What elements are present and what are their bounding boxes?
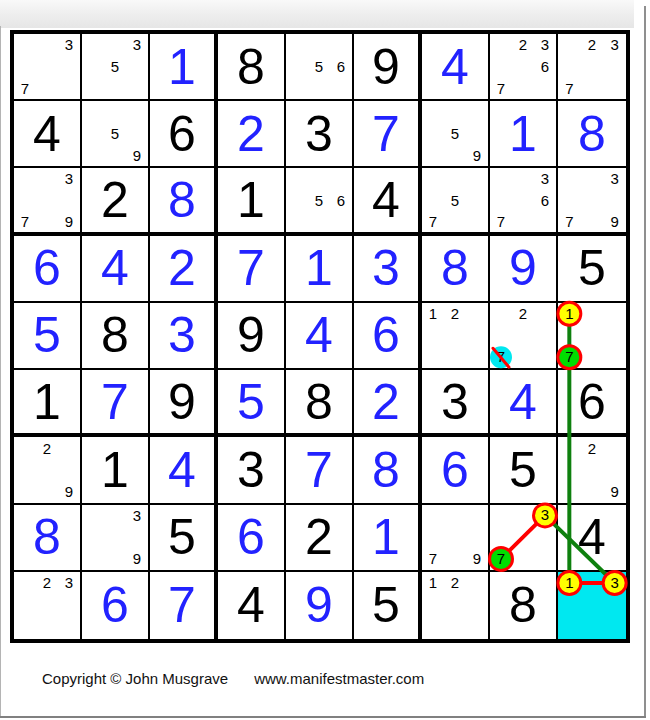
cell-r4c4[interactable]: 7 bbox=[218, 236, 286, 303]
cell-value: 5 bbox=[150, 505, 214, 570]
candidate-grid: 12 bbox=[422, 572, 488, 639]
cell-r2c6[interactable]: 7 bbox=[354, 101, 422, 168]
website-text: www.manifestmaster.com bbox=[254, 670, 424, 687]
candidate-grid: 237 bbox=[558, 34, 626, 99]
cell-r6c8[interactable]: 4 bbox=[490, 370, 558, 437]
cell-value: 4 bbox=[490, 370, 556, 433]
cell-r1c8[interactable]: 2367 bbox=[490, 34, 558, 101]
cell-value: 7 bbox=[286, 437, 352, 502]
cell-value: 8 bbox=[14, 505, 80, 570]
cell-value: 3 bbox=[286, 101, 352, 166]
candidate-3[interactable]: 3 bbox=[58, 168, 80, 189]
cell-value: 8 bbox=[218, 34, 284, 99]
cell-value: 3 bbox=[422, 370, 488, 433]
cell-value: 4 bbox=[14, 101, 80, 166]
candidate-grid: 2367 bbox=[490, 34, 556, 99]
candidate-2[interactable]: 2 bbox=[36, 572, 58, 594]
cell-r2c4[interactable]: 2 bbox=[218, 101, 286, 168]
cell-value: 4 bbox=[558, 505, 626, 570]
candidate-3[interactable]: 3 bbox=[58, 34, 80, 56]
cell-value: 4 bbox=[150, 437, 214, 502]
candidate-7[interactable]: 7 bbox=[558, 77, 581, 99]
sudoku-grid: 3735185694236723745962375918379281564573… bbox=[10, 30, 630, 643]
cell-value: 6 bbox=[354, 303, 418, 368]
cell-value: 2 bbox=[354, 370, 418, 433]
candidate-grid: 379 bbox=[558, 168, 626, 231]
cell-r4c1[interactable]: 6 bbox=[14, 236, 82, 303]
candidate-3[interactable]: 3 bbox=[603, 34, 626, 56]
cell-r3c5[interactable]: 56 bbox=[286, 168, 354, 235]
cell-r6c6[interactable]: 2 bbox=[354, 370, 422, 437]
candidate-grid: 379 bbox=[14, 168, 80, 231]
cell-r5c5[interactable]: 4 bbox=[286, 303, 354, 370]
cell-r1c3[interactable]: 1 bbox=[150, 34, 218, 101]
candidate-2[interactable]: 2 bbox=[512, 303, 534, 325]
candidate-grid: 23 bbox=[14, 572, 80, 639]
cell-value: 7 bbox=[150, 572, 214, 639]
candidate-2[interactable]: 2 bbox=[512, 34, 534, 56]
candidate-2[interactable]: 2 bbox=[36, 437, 58, 459]
candidate-3[interactable]: 3 bbox=[58, 572, 80, 594]
cell-value: 5 bbox=[558, 236, 626, 301]
cell-r5c6[interactable]: 6 bbox=[354, 303, 422, 370]
cell-value: 8 bbox=[286, 370, 352, 433]
candidate-9[interactable]: 9 bbox=[126, 145, 148, 167]
cell-r7c4[interactable]: 3 bbox=[218, 437, 286, 504]
window-bottom-border bbox=[0, 716, 646, 718]
cell-r4c8[interactable]: 9 bbox=[490, 236, 558, 303]
window-right-border bbox=[644, 6, 646, 718]
cell-r7c9[interactable]: 29 bbox=[558, 437, 626, 504]
cell-value: 3 bbox=[354, 236, 418, 301]
candidate-7[interactable]: 7 bbox=[490, 77, 512, 99]
cell-r3c9[interactable]: 379 bbox=[558, 168, 626, 235]
cell-r1c2[interactable]: 35 bbox=[82, 34, 150, 101]
cell-r9c7[interactable]: 12 bbox=[422, 572, 490, 639]
candidate-9[interactable]: 9 bbox=[58, 211, 80, 232]
cell-r4c5[interactable]: 1 bbox=[286, 236, 354, 303]
candidate-grid: 37 bbox=[490, 505, 556, 570]
cell-r2c2[interactable]: 59 bbox=[82, 101, 150, 168]
cell-r4c2[interactable]: 4 bbox=[82, 236, 150, 303]
cell-value: 7 bbox=[354, 101, 418, 166]
candidate-2[interactable]: 2 bbox=[444, 572, 466, 594]
cell-r1c9[interactable]: 237 bbox=[558, 34, 626, 101]
cell-value: 8 bbox=[82, 303, 148, 368]
cell-value: 5 bbox=[354, 572, 418, 639]
candidate-grid: 29 bbox=[14, 437, 80, 502]
cell-r6c2[interactable]: 7 bbox=[82, 370, 150, 437]
candidate-7[interactable]: 7 bbox=[14, 77, 36, 99]
cell-value: 2 bbox=[82, 168, 148, 231]
cell-value: 3 bbox=[218, 437, 284, 502]
cell-value: 2 bbox=[286, 505, 352, 570]
candidate-3[interactable]: 3 bbox=[534, 168, 556, 189]
cell-r2c7[interactable]: 59 bbox=[422, 101, 490, 168]
candidate-grid: 367 bbox=[490, 168, 556, 231]
candidate-5[interactable]: 5 bbox=[444, 123, 466, 145]
cell-r1c6[interactable]: 9 bbox=[354, 34, 422, 101]
cell-r9c8[interactable]: 8 bbox=[490, 572, 558, 639]
cell-value: 6 bbox=[150, 101, 214, 166]
cell-r6c5[interactable]: 8 bbox=[286, 370, 354, 437]
cell-value: 1 bbox=[354, 505, 418, 570]
candidate-grid: 59 bbox=[82, 101, 148, 166]
cell-r3c2[interactable]: 2 bbox=[82, 168, 150, 235]
cell-value: 5 bbox=[14, 303, 80, 368]
cell-value: 9 bbox=[490, 236, 556, 301]
cell-r1c7[interactable]: 4 bbox=[422, 34, 490, 101]
cell-r9c2[interactable]: 6 bbox=[82, 572, 150, 639]
candidate-6[interactable]: 6 bbox=[330, 190, 352, 211]
cell-r3c7[interactable]: 57 bbox=[422, 168, 490, 235]
cell-value: 9 bbox=[150, 370, 214, 433]
cell-r8c7[interactable]: 79 bbox=[422, 505, 490, 572]
cell-r5c7[interactable]: 12 bbox=[422, 303, 490, 370]
cell-value: 2 bbox=[218, 101, 284, 166]
cell-r9c6[interactable]: 5 bbox=[354, 572, 422, 639]
candidate-2[interactable]: 2 bbox=[581, 437, 604, 459]
cell-r5c2[interactable]: 8 bbox=[82, 303, 150, 370]
footer: Copyright © John Musgravewww.manifestmas… bbox=[42, 670, 424, 687]
cell-r7c3[interactable]: 4 bbox=[150, 437, 218, 504]
cell-value: 4 bbox=[286, 303, 352, 368]
cell-r1c1[interactable]: 37 bbox=[14, 34, 82, 101]
candidate-2[interactable]: 2 bbox=[581, 34, 604, 56]
cell-r9c5[interactable]: 9 bbox=[286, 572, 354, 639]
cell-r5c1[interactable]: 5 bbox=[14, 303, 82, 370]
cell-r5c8[interactable]: 27 bbox=[490, 303, 558, 370]
cell-r8c9[interactable]: 4 bbox=[558, 505, 626, 572]
candidate-grid: 12 bbox=[422, 303, 488, 368]
cell-value: 1 bbox=[286, 236, 352, 301]
cell-value: 8 bbox=[558, 101, 626, 166]
cell-value: 9 bbox=[218, 303, 284, 368]
candidate-7[interactable]: 7 bbox=[14, 211, 36, 232]
cell-r8c5[interactable]: 2 bbox=[286, 505, 354, 572]
candidate-7[interactable]: 7 bbox=[490, 211, 512, 232]
cell-r8c1[interactable]: 8 bbox=[14, 505, 82, 572]
cell-r3c1[interactable]: 379 bbox=[14, 168, 82, 235]
cell-r6c1[interactable]: 1 bbox=[14, 370, 82, 437]
cell-r1c4[interactable]: 8 bbox=[218, 34, 286, 101]
candidate-2[interactable]: 2 bbox=[444, 303, 466, 325]
cell-value: 9 bbox=[354, 34, 418, 99]
candidate-9[interactable]: 9 bbox=[126, 548, 148, 570]
candidate-5[interactable]: 5 bbox=[104, 56, 126, 78]
candidate-1[interactable]: 1 bbox=[422, 572, 444, 594]
candidate-grid: 13 bbox=[558, 572, 626, 639]
cell-value: 8 bbox=[354, 437, 418, 502]
cell-r6c4[interactable]: 5 bbox=[218, 370, 286, 437]
cell-value: 6 bbox=[82, 572, 148, 639]
cell-value: 8 bbox=[422, 236, 488, 301]
cell-value: 6 bbox=[558, 370, 626, 433]
candidate-6[interactable]: 6 bbox=[534, 190, 556, 211]
cell-r7c7[interactable]: 6 bbox=[422, 437, 490, 504]
cell-value: 1 bbox=[490, 101, 556, 166]
sudoku-board: 3735185694236723745962375918379281564573… bbox=[10, 30, 630, 643]
candidate-3[interactable]: 3 bbox=[126, 505, 148, 527]
cell-r5c9[interactable]: 17 bbox=[558, 303, 626, 370]
cell-r3c3[interactable]: 8 bbox=[150, 168, 218, 235]
cell-r7c2[interactable]: 1 bbox=[82, 437, 150, 504]
candidate-5[interactable]: 5 bbox=[104, 123, 126, 145]
cell-r3c4[interactable]: 1 bbox=[218, 168, 286, 235]
cell-value: 8 bbox=[490, 572, 556, 639]
cell-value: 4 bbox=[422, 34, 488, 99]
candidate-1[interactable]: 1 bbox=[422, 303, 444, 325]
candidate-9[interactable]: 9 bbox=[466, 145, 488, 167]
cell-r6c7[interactable]: 3 bbox=[422, 370, 490, 437]
candidate-3[interactable]: 3 bbox=[603, 168, 626, 189]
cell-value: 4 bbox=[82, 236, 148, 301]
cell-value: 1 bbox=[150, 34, 214, 99]
cell-r8c4[interactable]: 6 bbox=[218, 505, 286, 572]
candidate-6[interactable]: 6 bbox=[534, 56, 556, 78]
cell-r5c3[interactable]: 3 bbox=[150, 303, 218, 370]
candidate-7[interactable]: 7 bbox=[422, 211, 444, 232]
candidate-grid: 56 bbox=[286, 168, 352, 231]
cell-value: 6 bbox=[14, 236, 80, 301]
cell-value: 5 bbox=[490, 437, 556, 502]
cell-value: 8 bbox=[150, 168, 214, 231]
cell-r2c5[interactable]: 3 bbox=[286, 101, 354, 168]
cell-value: 1 bbox=[82, 437, 148, 502]
cell-r2c9[interactable]: 8 bbox=[558, 101, 626, 168]
cell-r6c3[interactable]: 9 bbox=[150, 370, 218, 437]
candidate-9[interactable]: 9 bbox=[58, 481, 80, 503]
cell-r9c9[interactable]: 13 bbox=[558, 572, 626, 639]
cell-r7c6[interactable]: 8 bbox=[354, 437, 422, 504]
cell-r8c6[interactable]: 1 bbox=[354, 505, 422, 572]
candidate-grid: 59 bbox=[422, 101, 488, 166]
candidate-7[interactable]: 7 bbox=[422, 548, 444, 570]
candidate-grid: 35 bbox=[82, 34, 148, 99]
cell-r6c9[interactable]: 6 bbox=[558, 370, 626, 437]
candidate-grid: 27 bbox=[490, 303, 556, 368]
cell-r4c3[interactable]: 2 bbox=[150, 236, 218, 303]
candidate-5[interactable]: 5 bbox=[444, 190, 466, 211]
candidate-7[interactable]: 7 bbox=[558, 211, 581, 232]
candidate-grid: 57 bbox=[422, 168, 488, 231]
top-scrollbar-track[interactable] bbox=[0, 0, 634, 28]
candidate-grid: 29 bbox=[558, 437, 626, 502]
candidate-6[interactable]: 6 bbox=[330, 56, 352, 78]
cell-r3c6[interactable]: 4 bbox=[354, 168, 422, 235]
cell-r9c3[interactable]: 7 bbox=[150, 572, 218, 639]
candidate-9[interactable]: 9 bbox=[603, 481, 626, 503]
cell-value: 7 bbox=[82, 370, 148, 433]
cell-value: 1 bbox=[14, 370, 80, 433]
cell-value: 1 bbox=[218, 168, 284, 231]
cell-r5c4[interactable]: 9 bbox=[218, 303, 286, 370]
candidate-grid: 56 bbox=[286, 34, 352, 99]
cell-value: 6 bbox=[218, 505, 284, 570]
candidate-grid: 39 bbox=[82, 505, 148, 570]
cell-value: 7 bbox=[218, 236, 284, 301]
cell-value: 4 bbox=[354, 168, 418, 231]
cell-r2c8[interactable]: 1 bbox=[490, 101, 558, 168]
candidate-3[interactable]: 3 bbox=[126, 34, 148, 56]
cell-r7c5[interactable]: 7 bbox=[286, 437, 354, 504]
cell-r2c1[interactable]: 4 bbox=[14, 101, 82, 168]
sudoku-app-window: 3735185694236723745962375918379281564573… bbox=[0, 0, 650, 720]
cell-r7c8[interactable]: 5 bbox=[490, 437, 558, 504]
cell-r7c1[interactable]: 29 bbox=[14, 437, 82, 504]
cell-value: 4 bbox=[218, 572, 284, 639]
candidate-9[interactable]: 9 bbox=[603, 211, 626, 232]
candidate-9[interactable]: 9 bbox=[466, 548, 488, 570]
cell-value: 9 bbox=[286, 572, 352, 639]
cell-value: 5 bbox=[218, 370, 284, 433]
cell-value: 6 bbox=[422, 437, 488, 502]
cell-r3c8[interactable]: 367 bbox=[490, 168, 558, 235]
cell-value: 3 bbox=[150, 303, 214, 368]
cell-value: 2 bbox=[150, 236, 214, 301]
cell-r4c9[interactable]: 5 bbox=[558, 236, 626, 303]
cell-r8c8[interactable]: 37 bbox=[490, 505, 558, 572]
candidate-grid: 79 bbox=[422, 505, 488, 570]
candidate-grid: 37 bbox=[14, 34, 80, 99]
candidate-grid: 17 bbox=[558, 303, 626, 368]
cell-r9c1[interactable]: 23 bbox=[14, 572, 82, 639]
copyright-text: Copyright © John Musgrave bbox=[42, 670, 228, 687]
cell-r4c7[interactable]: 8 bbox=[422, 236, 490, 303]
cell-r1c5[interactable]: 56 bbox=[286, 34, 354, 101]
cell-r8c3[interactable]: 5 bbox=[150, 505, 218, 572]
candidate-5[interactable]: 5 bbox=[308, 190, 330, 211]
cell-r9c4[interactable]: 4 bbox=[218, 572, 286, 639]
candidate-3[interactable]: 3 bbox=[534, 34, 556, 56]
window-left-border bbox=[0, 26, 1, 718]
cell-r8c2[interactable]: 39 bbox=[82, 505, 150, 572]
cell-r2c3[interactable]: 6 bbox=[150, 101, 218, 168]
candidate-5[interactable]: 5 bbox=[308, 56, 330, 78]
cell-r4c6[interactable]: 3 bbox=[354, 236, 422, 303]
